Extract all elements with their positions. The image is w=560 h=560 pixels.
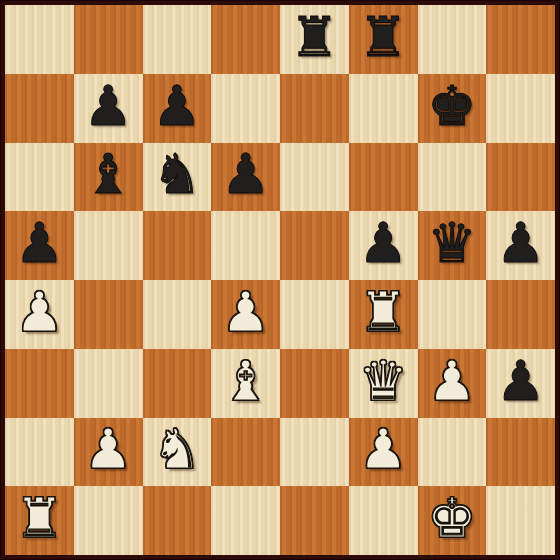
square-d7[interactable] [211,74,280,143]
piece-black-pawn[interactable]: ♟ [221,147,270,202]
square-h8[interactable] [486,5,555,74]
piece-black-pawn[interactable]: ♟ [152,79,201,134]
square-e4[interactable] [280,280,349,349]
piece-black-bishop[interactable]: ♝ [83,147,132,202]
square-a6[interactable] [5,143,74,212]
piece-black-pawn[interactable]: ♟ [496,216,545,271]
piece-white-rook[interactable]: ♜ [15,491,64,546]
square-g7[interactable]: ♚ [418,74,487,143]
square-b7[interactable]: ♟ [74,74,143,143]
square-h7[interactable] [486,74,555,143]
square-e2[interactable] [280,418,349,487]
piece-white-pawn[interactable]: ♟ [427,354,476,409]
square-h3[interactable]: ♟ [486,349,555,418]
square-b6[interactable]: ♝ [74,143,143,212]
square-c2[interactable]: ♞ [143,418,212,487]
square-h2[interactable] [486,418,555,487]
square-e3[interactable] [280,349,349,418]
square-c4[interactable] [143,280,212,349]
square-c7[interactable]: ♟ [143,74,212,143]
piece-black-knight[interactable]: ♞ [152,147,201,202]
square-f6[interactable] [349,143,418,212]
piece-black-pawn[interactable]: ♟ [83,79,132,134]
piece-white-knight[interactable]: ♞ [152,422,201,477]
piece-black-rook[interactable]: ♜ [290,10,339,65]
square-b2[interactable]: ♟ [74,418,143,487]
square-c6[interactable]: ♞ [143,143,212,212]
square-h6[interactable] [486,143,555,212]
square-f8[interactable]: ♜ [349,5,418,74]
square-g2[interactable] [418,418,487,487]
square-c1[interactable] [143,486,212,555]
piece-black-pawn[interactable]: ♟ [358,216,407,271]
square-c3[interactable] [143,349,212,418]
piece-white-bishop[interactable]: ♝ [221,354,270,409]
square-b5[interactable] [74,211,143,280]
square-e8[interactable]: ♜ [280,5,349,74]
square-b1[interactable] [74,486,143,555]
square-d2[interactable] [211,418,280,487]
square-f2[interactable]: ♟ [349,418,418,487]
square-a4[interactable]: ♟ [5,280,74,349]
square-g4[interactable] [418,280,487,349]
square-g8[interactable] [418,5,487,74]
square-a7[interactable] [5,74,74,143]
square-d3[interactable]: ♝ [211,349,280,418]
square-c8[interactable] [143,5,212,74]
square-b8[interactable] [74,5,143,74]
square-a3[interactable] [5,349,74,418]
piece-black-rook[interactable]: ♜ [358,10,407,65]
square-d5[interactable] [211,211,280,280]
square-e1[interactable] [280,486,349,555]
piece-white-king[interactable]: ♚ [427,491,476,546]
square-e6[interactable] [280,143,349,212]
piece-black-queen[interactable]: ♛ [427,216,476,271]
square-g1[interactable]: ♚ [418,486,487,555]
square-a2[interactable] [5,418,74,487]
square-e5[interactable] [280,211,349,280]
square-e7[interactable] [280,74,349,143]
chess-board: ♜♜♟♟♚♝♞♟♟♟♛♟♟♟♜♝♛♟♟♟♞♟♜♚ [5,5,555,555]
square-g3[interactable]: ♟ [418,349,487,418]
square-c5[interactable] [143,211,212,280]
square-f1[interactable] [349,486,418,555]
square-g6[interactable] [418,143,487,212]
square-d1[interactable] [211,486,280,555]
square-f3[interactable]: ♛ [349,349,418,418]
square-h5[interactable]: ♟ [486,211,555,280]
piece-white-pawn[interactable]: ♟ [83,422,132,477]
piece-black-pawn[interactable]: ♟ [15,216,64,271]
square-a5[interactable]: ♟ [5,211,74,280]
piece-white-pawn[interactable]: ♟ [358,422,407,477]
square-f5[interactable]: ♟ [349,211,418,280]
square-f7[interactable] [349,74,418,143]
board-frame: ♜♜♟♟♚♝♞♟♟♟♛♟♟♟♜♝♛♟♟♟♞♟♜♚ [0,0,560,560]
piece-white-pawn[interactable]: ♟ [221,285,270,340]
square-a8[interactable] [5,5,74,74]
square-d4[interactable]: ♟ [211,280,280,349]
square-a1[interactable]: ♜ [5,486,74,555]
square-d6[interactable]: ♟ [211,143,280,212]
square-b4[interactable] [74,280,143,349]
square-h4[interactable] [486,280,555,349]
piece-white-queen[interactable]: ♛ [358,354,407,409]
piece-white-pawn[interactable]: ♟ [15,285,64,340]
piece-white-rook[interactable]: ♜ [358,285,407,340]
square-f4[interactable]: ♜ [349,280,418,349]
piece-black-king[interactable]: ♚ [427,79,476,134]
square-d8[interactable] [211,5,280,74]
piece-black-pawn[interactable]: ♟ [496,354,545,409]
square-g5[interactable]: ♛ [418,211,487,280]
square-b3[interactable] [74,349,143,418]
square-h1[interactable] [486,486,555,555]
